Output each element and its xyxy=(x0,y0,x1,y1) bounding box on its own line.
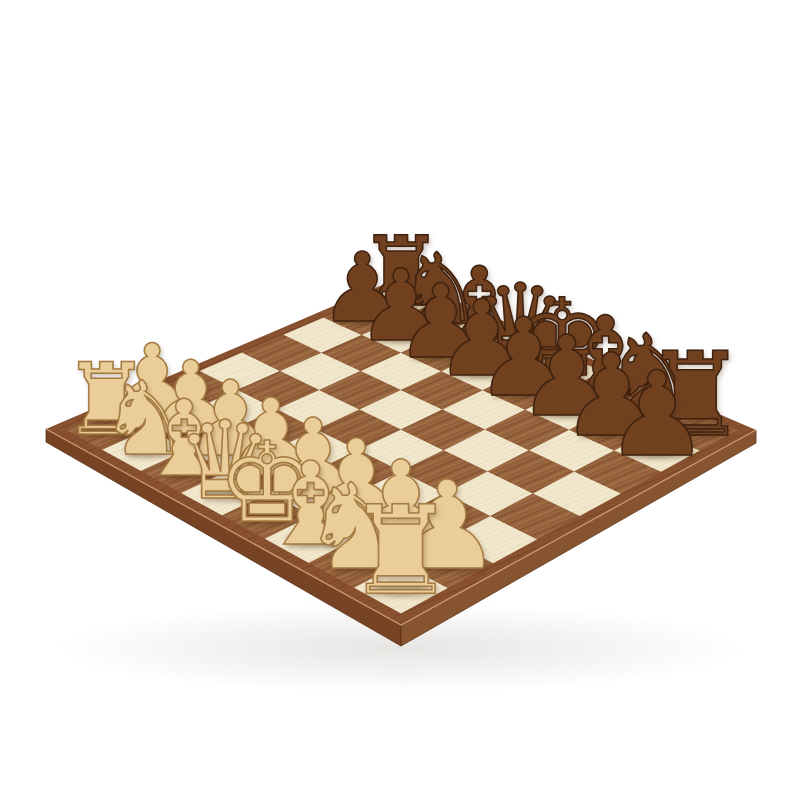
product-photo-stage: ♜♟♞♟♝♟♛♟♚♟♝♟♟♞♜♟♟♜♞♟♟♝♟♛♟♚♟♝♟♞♟♜ xyxy=(0,0,800,800)
white-rook-h1[interactable]: ♜ xyxy=(346,490,455,612)
black-pawn-h7[interactable]: ♟ xyxy=(605,357,710,474)
